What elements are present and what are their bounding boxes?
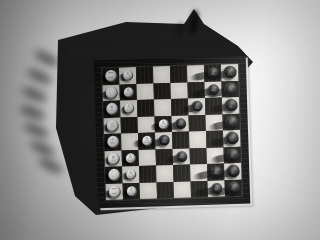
white-pawn-glyph: ♙: [127, 154, 134, 162]
square-h2: ♙: [123, 183, 141, 200]
square-h4: [157, 181, 175, 198]
white-pawn-glyph: ♙: [125, 88, 132, 96]
square-g8: ♞: [224, 163, 242, 180]
piece-white-pawn-c2: ♙: [124, 103, 134, 113]
black-pawn-glyph: ♟: [178, 152, 185, 160]
square-e6: [189, 131, 207, 148]
piece-white-rook-h1: ♖: [108, 185, 120, 197]
square-c8: ♝: [222, 97, 240, 114]
square-g5: [173, 164, 191, 181]
piece-black-knight-b8: ♞: [223, 82, 236, 95]
square-b3: [136, 83, 154, 100]
piece-black-rook-h8: ♜: [227, 181, 240, 194]
square-d6: [188, 114, 206, 131]
black-pawn-glyph: ♟: [177, 119, 184, 127]
white-pawn-glyph: ♙: [124, 72, 131, 80]
square-e5: [172, 131, 190, 148]
square-e4: ♟: [155, 132, 173, 149]
square-g3: [139, 166, 157, 183]
piece-black-king-e8: ♚: [225, 132, 238, 145]
piece-white-pawn-g2: ♙: [126, 169, 136, 179]
piece-white-queen-d1: ♕: [106, 119, 118, 131]
square-c6: ♟: [188, 98, 206, 115]
white-king-glyph: ♔: [109, 138, 116, 146]
white-knight-glyph: ♘: [108, 89, 115, 97]
black-pawn-glyph: ♟: [193, 102, 200, 110]
square-f2: ♙: [122, 150, 140, 167]
black-rook-glyph: ♜: [226, 68, 233, 76]
square-a5: [170, 65, 188, 82]
white-pawn-glyph: ♙: [128, 187, 135, 195]
square-d1: ♕: [104, 117, 122, 134]
piece-white-bishop-f1: ♗: [107, 152, 119, 164]
piece-black-pawn-c6: ♟: [191, 101, 202, 112]
photo-canvas: ♖♙♟♜♘♙♟♞♗♙♟♝♕♙♟♛♔♙♟♚♗♙♟♝♘♙♟♞♖♙♟♜: [0, 0, 320, 240]
piece-black-knight-g8: ♞: [226, 165, 239, 178]
white-bishop-glyph: ♗: [110, 154, 117, 162]
black-bishop-glyph: ♝: [229, 151, 236, 159]
square-f3: [139, 149, 157, 166]
piece-white-pawn-a2: ♙: [123, 70, 133, 80]
piece-black-bishop-f8: ♝: [226, 148, 239, 161]
white-rook-glyph: ♖: [107, 72, 114, 80]
square-d8: ♛: [222, 113, 240, 130]
square-b2: ♙: [119, 84, 137, 101]
square-b5: [170, 82, 188, 99]
square-f6: [190, 147, 208, 164]
square-f5: ♟: [173, 148, 191, 165]
square-c2: ♙: [120, 100, 138, 117]
black-pawn-glyph: ♟: [209, 69, 216, 77]
square-f1: ♗: [105, 150, 123, 167]
white-rook-glyph: ♖: [111, 187, 118, 195]
white-queen-glyph: ♕: [109, 122, 116, 130]
square-d5: ♟: [171, 115, 189, 132]
black-pawn-glyph: ♟: [160, 136, 167, 144]
white-bishop-glyph: ♗: [108, 105, 115, 113]
black-pawn-glyph: ♟: [212, 168, 219, 176]
black-knight-glyph: ♞: [229, 167, 236, 175]
piece-black-pawn-f5: ♟: [176, 151, 187, 162]
square-f8: ♝: [223, 146, 241, 163]
square-h3: [140, 182, 158, 199]
piece-black-bishop-c8: ♝: [224, 99, 237, 112]
board-squares-grid: ♖♙♟♜♘♙♟♞♗♙♟♝♕♙♟♛♔♙♟♚♗♙♟♝♘♙♟♞♖♙♟♜: [102, 64, 242, 200]
square-a3: [136, 67, 154, 84]
white-pawn-glyph: ♙: [160, 120, 167, 128]
black-bishop-glyph: ♝: [227, 101, 234, 109]
piece-white-knight-g1: ♘: [108, 169, 120, 181]
piece-white-knight-b1: ♘: [105, 86, 117, 98]
chess-board: ♖♙♟♜♘♙♟♞♗♙♟♝♕♙♟♛♔♙♟♚♗♙♟♝♘♙♟♞♖♙♟♜: [94, 56, 251, 209]
square-c1: ♗: [103, 101, 121, 118]
white-pawn-glyph: ♙: [127, 170, 134, 178]
square-a8: ♜: [221, 64, 239, 81]
black-king-glyph: ♚: [228, 134, 235, 142]
square-a1: ♖: [102, 68, 120, 85]
square-g4: [156, 165, 174, 182]
black-queen-glyph: ♛: [227, 118, 234, 126]
piece-black-queen-d8: ♛: [225, 115, 238, 128]
square-d2: [121, 117, 139, 134]
black-pawn-glyph: ♟: [209, 85, 216, 93]
square-a4: [153, 66, 171, 83]
black-knight-glyph: ♞: [226, 85, 233, 93]
black-pawn-glyph: ♟: [213, 184, 220, 192]
piece-white-king-e1: ♔: [107, 136, 119, 148]
square-a2: ♙: [119, 67, 137, 84]
square-b4: [153, 83, 171, 100]
white-pawn-glyph: ♙: [125, 104, 132, 112]
square-e1: ♔: [104, 134, 122, 151]
square-e8: ♚: [223, 130, 241, 147]
square-b8: ♞: [221, 80, 239, 97]
white-pawn-glyph: ♙: [143, 137, 150, 145]
square-c3: [137, 100, 155, 117]
black-rook-glyph: ♜: [230, 184, 237, 192]
square-c4: [154, 99, 172, 116]
piece-black-pawn-e4: ♟: [158, 135, 169, 146]
square-g1: ♘: [105, 167, 123, 184]
piece-white-pawn-b2: ♙: [123, 87, 133, 97]
square-h8: ♜: [225, 179, 243, 196]
piece-black-pawn-d5: ♟: [175, 118, 186, 129]
piece-white-bishop-c1: ♗: [106, 103, 118, 115]
piece-white-pawn-f2: ♙: [125, 153, 135, 163]
piece-black-rook-a8: ♜: [223, 66, 236, 79]
square-g2: ♙: [122, 166, 140, 183]
piece-white-pawn-h2: ♙: [126, 186, 136, 196]
piece-white-rook-a1: ♖: [105, 70, 117, 82]
white-knight-glyph: ♘: [110, 171, 117, 179]
square-h5: [174, 181, 192, 198]
